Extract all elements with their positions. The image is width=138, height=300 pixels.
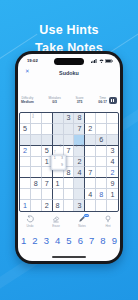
- numpad-1[interactable]: 1: [21, 235, 26, 246]
- cell-r4c2[interactable]: [31, 146, 42, 157]
- stat-difficulty[interactable]: Difficulty Medium: [21, 96, 34, 105]
- caption-line-1: Use Hints: [0, 21, 138, 39]
- digit: 8: [66, 169, 70, 176]
- cell-r6c9[interactable]: 2: [107, 167, 118, 178]
- undo-button[interactable]: Undo: [22, 215, 38, 228]
- cell-r3c3[interactable]: [42, 135, 53, 146]
- digit: 8: [77, 114, 81, 121]
- digit: 7: [66, 147, 70, 154]
- phone-mockup: 19:02 ✕ Sudoku: [15, 51, 123, 264]
- cell-r9c6[interactable]: 3: [74, 200, 85, 211]
- hint-button[interactable]: Hint: [100, 215, 116, 228]
- cell-r7c1[interactable]: [20, 178, 31, 189]
- cell-r2c1[interactable]: 5: [20, 124, 31, 135]
- cell-r6c1[interactable]: [20, 167, 31, 178]
- cell-r8c8[interactable]: 8: [96, 189, 107, 200]
- digit: 9: [111, 180, 115, 187]
- cell-r3c4[interactable]: [53, 135, 64, 146]
- page-title: Sudoku: [18, 70, 120, 76]
- pencil-notes: 13: [75, 146, 84, 155]
- status-time: 19:02: [27, 58, 38, 63]
- battery-icon: [105, 59, 113, 63]
- cell-r2c5[interactable]: [64, 124, 75, 135]
- cell-r1c4[interactable]: [53, 113, 64, 124]
- cell-r5c1[interactable]: [20, 157, 31, 168]
- cell-r4c8[interactable]: [96, 146, 107, 157]
- digit: 7: [88, 169, 92, 176]
- cell-r4c7[interactable]: [85, 146, 96, 157]
- cell-r1c8[interactable]: [96, 113, 107, 124]
- erase-button[interactable]: Erase: [48, 215, 64, 228]
- pencil-notes: 14: [31, 114, 40, 123]
- phone-screen: 19:02 ✕ Sudoku: [18, 54, 120, 261]
- cell-r6c2[interactable]: [31, 167, 42, 178]
- cell-r2c6[interactable]: 7: [74, 124, 85, 135]
- cell-r6c7[interactable]: 7: [85, 167, 96, 178]
- digit: 5: [23, 125, 27, 132]
- cell-r5c6[interactable]: 2: [74, 157, 85, 168]
- stats-row: Difficulty Medium Mistakes 0/3 Score 375…: [20, 96, 118, 105]
- eraser-icon: [52, 215, 60, 223]
- cell-r5c2[interactable]: [31, 157, 42, 168]
- cell-r5c7[interactable]: [85, 157, 96, 168]
- cell-r7c5[interactable]: [64, 178, 75, 189]
- digit: 1: [45, 158, 49, 165]
- bulb-icon: [104, 215, 112, 223]
- digit: 7: [77, 125, 81, 132]
- numpad-3[interactable]: 3: [44, 235, 49, 246]
- cell-r2c4[interactable]: [53, 124, 64, 135]
- digit: 4: [77, 169, 81, 176]
- cell-r4c6[interactable]: 13: [74, 146, 85, 157]
- cell-r3c7[interactable]: [85, 135, 96, 146]
- cell-r1c5[interactable]: 3: [64, 113, 75, 124]
- pencil-notes: 37: [53, 146, 62, 155]
- cell-r2c3[interactable]: [42, 124, 53, 135]
- cell-r8c2[interactable]: [31, 189, 42, 200]
- digit: 8: [34, 180, 38, 187]
- cell-r3c8[interactable]: 6: [96, 135, 107, 146]
- cell-r1c2[interactable]: 14: [31, 113, 42, 124]
- numpad-4[interactable]: 4: [55, 235, 60, 246]
- cell-r1c6[interactable]: 8: [74, 113, 85, 124]
- digit: 2: [88, 125, 92, 132]
- digit: 1: [111, 191, 115, 198]
- cell-r9c3[interactable]: 2: [42, 200, 53, 211]
- cell-r8c3[interactable]: [42, 189, 53, 200]
- cell-r9c2[interactable]: [31, 200, 42, 211]
- cell-r7c4[interactable]: 1: [53, 178, 64, 189]
- digit: 1: [56, 180, 60, 187]
- digit: 4: [88, 191, 92, 198]
- cell-r9c5[interactable]: [64, 200, 75, 211]
- notes-on-badge: On: [84, 214, 89, 217]
- numpad-6[interactable]: 6: [78, 235, 83, 246]
- cell-r7c2[interactable]: 8: [31, 178, 42, 189]
- cell-r7c7[interactable]: [85, 178, 96, 189]
- cell-r9c1[interactable]: 1: [20, 200, 31, 211]
- cell-r3c1[interactable]: [20, 135, 31, 146]
- cell-r9c4[interactable]: 8: [53, 200, 64, 211]
- digit: 3: [77, 202, 81, 209]
- cell-r8c5[interactable]: [64, 189, 75, 200]
- cell-r3c5[interactable]: [64, 135, 75, 146]
- digit: 2: [77, 158, 81, 165]
- cell-r9c7[interactable]: [85, 200, 96, 211]
- stat-score: Score 375: [75, 96, 83, 105]
- cell-r6c6[interactable]: 4: [74, 167, 85, 178]
- digit: 8: [56, 202, 60, 209]
- toolbar: Undo Erase On Notes: [22, 215, 116, 228]
- cell-r7c3[interactable]: 7: [42, 178, 53, 189]
- digit: 2: [45, 202, 49, 209]
- undo-icon: [26, 215, 34, 223]
- notes-button[interactable]: On Notes: [74, 215, 90, 228]
- cell-r8c1[interactable]: [20, 189, 31, 200]
- cell-r2c9[interactable]: [107, 124, 118, 135]
- digit: 6: [99, 136, 103, 143]
- cell-r2c8[interactable]: [96, 124, 107, 135]
- number-pad: 123456789: [21, 235, 117, 246]
- cell-r7c9[interactable]: 9: [107, 178, 118, 189]
- cell-r5c4[interactable]: 139: [50, 154, 65, 169]
- numpad-8[interactable]: 8: [100, 235, 105, 246]
- status-icons: [91, 59, 113, 63]
- stat-time: Time 06:17: [98, 96, 117, 105]
- cell-r4c9[interactable]: 3: [107, 146, 118, 157]
- cell-r5c8[interactable]: [96, 157, 107, 168]
- cell-r8c6[interactable]: [74, 189, 85, 200]
- cell-r8c4[interactable]: [53, 189, 64, 200]
- digit: 4: [111, 158, 115, 165]
- digit: 3: [111, 147, 115, 154]
- nav-bar: ✕ Sudoku: [18, 68, 120, 78]
- digit: 5: [45, 147, 49, 154]
- cell-r1c9[interactable]: [107, 113, 118, 124]
- numpad-9[interactable]: 9: [112, 235, 117, 246]
- cell-r3c9[interactable]: [107, 135, 118, 146]
- cell-r9c8[interactable]: [96, 200, 107, 211]
- cell-r1c7[interactable]: [85, 113, 96, 124]
- cell-r8c9[interactable]: 1: [107, 189, 118, 200]
- numpad-2[interactable]: 2: [32, 235, 37, 246]
- cell-r6c8[interactable]: [96, 167, 107, 178]
- sudoku-board: 1438572625377133113924847287194811283: [19, 112, 119, 212]
- digit: 1: [23, 202, 27, 209]
- cell-r2c2[interactable]: [31, 124, 42, 135]
- cell-r9c9[interactable]: [107, 200, 118, 211]
- cell-r3c2[interactable]: [31, 135, 42, 146]
- pencil-notes: 139: [53, 156, 64, 167]
- digit: 2: [111, 169, 115, 176]
- dynamic-island: [54, 58, 84, 65]
- wifi-icon: [99, 59, 104, 63]
- cell-r1c3[interactable]: [42, 113, 53, 124]
- cell-r4c1[interactable]: 2: [20, 146, 31, 157]
- signal-icon: [91, 59, 97, 63]
- cell-r7c8[interactable]: [96, 178, 107, 189]
- app-store-screenshot: Use Hints Take Notes 19:02: [0, 0, 138, 300]
- cell-r1c1[interactable]: [20, 113, 31, 124]
- cell-r2c7[interactable]: 2: [85, 124, 96, 135]
- digit: 3: [66, 114, 70, 121]
- cell-r8c7[interactable]: 4: [85, 189, 96, 200]
- cell-r7c6[interactable]: [74, 178, 85, 189]
- numpad-7[interactable]: 7: [89, 235, 94, 246]
- digit: 2: [23, 147, 27, 154]
- pause-button[interactable]: [109, 97, 117, 104]
- stat-mistakes: Mistakes 0/3: [49, 96, 61, 105]
- digit: 7: [45, 180, 49, 187]
- cell-r5c9[interactable]: 4: [107, 157, 118, 168]
- home-indicator: [52, 256, 86, 258]
- digit: 8: [99, 191, 103, 198]
- numpad-5[interactable]: 5: [66, 235, 71, 246]
